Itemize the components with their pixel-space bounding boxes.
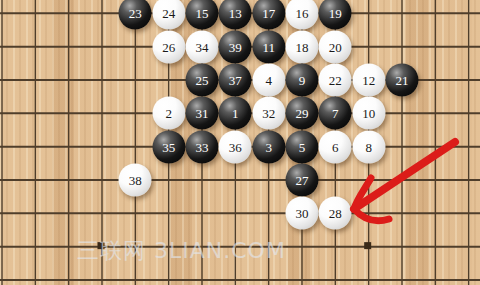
stone-white-38: 38 [119,163,152,196]
stone-white-28: 28 [319,197,352,230]
stone-white-18: 18 [285,30,318,63]
stone-white-34: 34 [185,30,218,63]
stone-black-21: 21 [385,63,418,96]
stone-white-22: 22 [319,63,352,96]
watermark: 三联网 3LIAN.COM [77,236,286,266]
stone-white-32: 32 [252,97,285,130]
star-point [364,242,371,249]
stone-white-30: 30 [285,197,318,230]
stone-white-20: 20 [319,30,352,63]
stone-white-26: 26 [152,30,185,63]
stone-black-31: 31 [185,97,218,130]
stone-black-29: 29 [285,97,318,130]
stone-white-10: 10 [352,97,385,130]
stone-white-2: 2 [152,97,185,130]
stone-white-12: 12 [352,63,385,96]
go-board-screenshot: 2324151317161926343911182025374922122123… [0,0,480,285]
stone-white-8: 8 [352,130,385,163]
stone-black-37: 37 [219,63,252,96]
stone-black-35: 35 [152,130,185,163]
stone-black-39: 39 [219,30,252,63]
stone-black-5: 5 [285,130,318,163]
stone-black-25: 25 [185,63,218,96]
stone-black-9: 9 [285,63,318,96]
stone-white-4: 4 [252,63,285,96]
stone-black-33: 33 [185,130,218,163]
stone-black-3: 3 [252,130,285,163]
stone-black-11: 11 [252,30,285,63]
stone-black-27: 27 [285,163,318,196]
stone-black-1: 1 [219,97,252,130]
stone-black-7: 7 [319,97,352,130]
stone-white-6: 6 [319,130,352,163]
stone-white-36: 36 [219,130,252,163]
